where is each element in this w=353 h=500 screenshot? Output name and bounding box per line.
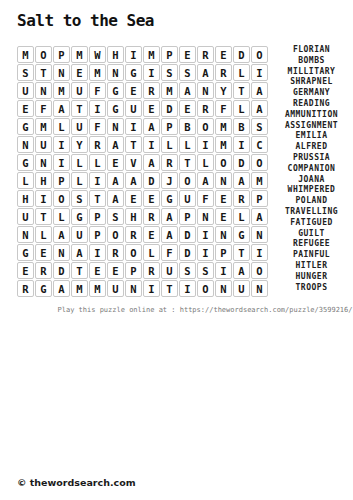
grid-cell-r10c9: A — [161, 208, 178, 225]
word-list-item: SHRAPNEL — [270, 77, 353, 88]
grid-cell-r6c8: I — [143, 136, 160, 153]
page: Salt to the Sea MOPMWHIMPEREDOSTNEMNGISS… — [0, 0, 353, 500]
grid-cell-r2c9: S — [161, 64, 178, 81]
word-list-item: AMMUNITION — [270, 110, 353, 121]
grid-cell-r7c9: R — [161, 154, 178, 171]
grid-cell-r5c5: F — [89, 118, 106, 135]
grid-cell-r8c1: L — [17, 172, 34, 189]
grid-cell-r5c2: M — [35, 118, 52, 135]
grid-cell-r1c5: W — [89, 46, 106, 63]
grid-cell-r14c5: M — [89, 280, 106, 297]
play-online-text: Play this puzzle online at : https://the… — [57, 306, 353, 314]
grid-cell-r13c12: I — [215, 262, 232, 279]
grid-cell-r2c4: E — [71, 64, 88, 81]
word-list-item: JOANA — [270, 175, 353, 186]
grid-cell-r12c5: I — [89, 244, 106, 261]
grid-cell-r2c7: G — [125, 64, 142, 81]
grid-cell-r3c12: Y — [215, 82, 232, 99]
grid-cell-r11c2: L — [35, 226, 52, 243]
word-list-item: READING — [270, 99, 353, 110]
grid-cell-r9c9: G — [161, 190, 178, 207]
grid-cell-r9c14: P — [251, 190, 268, 207]
grid-cell-r4c8: E — [143, 100, 160, 117]
grid-cell-r5c6: N — [107, 118, 124, 135]
grid-cell-r6c14: C — [251, 136, 268, 153]
grid-cell-r6c3: I — [53, 136, 70, 153]
word-list-item: ASSIGNMENT — [270, 121, 353, 132]
grid-cell-r3c6: G — [107, 82, 124, 99]
grid-cell-r14c7: N — [125, 280, 142, 297]
grid-cell-r5c13: B — [233, 118, 250, 135]
grid-cell-r8c7: A — [125, 172, 142, 189]
grid-cell-r10c10: P — [179, 208, 196, 225]
grid-cell-r12c3: N — [53, 244, 70, 261]
grid-cell-r1c12: E — [215, 46, 232, 63]
grid-cell-r12c8: L — [143, 244, 160, 261]
grid-cell-r2c13: L — [233, 64, 250, 81]
grid-cell-r7c11: L — [197, 154, 214, 171]
grid-cell-r10c11: N — [197, 208, 214, 225]
grid-cell-r4c3: A — [53, 100, 70, 117]
grid-cell-r2c14: I — [251, 64, 268, 81]
grid-cell-r7c5: L — [89, 154, 106, 171]
grid-cell-r6c1: N — [17, 136, 34, 153]
grid-cell-r13c14: O — [251, 262, 268, 279]
grid-cell-r12c4: A — [71, 244, 88, 261]
grid-cell-r14c3: A — [53, 280, 70, 297]
grid-cell-r10c6: S — [107, 208, 124, 225]
grid-cell-r5c10: B — [179, 118, 196, 135]
grid-cell-r11c3: A — [53, 226, 70, 243]
grid-cell-r13c4: T — [71, 262, 88, 279]
grid-cell-r8c4: L — [71, 172, 88, 189]
word-list-item: PRUSSIA — [270, 153, 353, 164]
grid-cell-r11c6: O — [107, 226, 124, 243]
grid-cell-r7c2: N — [35, 154, 52, 171]
grid-cell-r12c12: P — [215, 244, 232, 261]
grid-cell-r7c8: A — [143, 154, 160, 171]
word-list-item: POLAND — [270, 196, 353, 207]
word-list-item: HITLER — [270, 261, 353, 272]
grid-cell-r6c12: M — [215, 136, 232, 153]
grid-cell-r12c2: E — [35, 244, 52, 261]
grid-cell-r12c10: D — [179, 244, 196, 261]
grid-cell-r2c5: M — [89, 64, 106, 81]
grid-cell-r12c14: I — [251, 244, 268, 261]
grid-cell-r13c11: S — [197, 262, 214, 279]
grid-cell-r14c2: G — [35, 280, 52, 297]
grid-cell-r8c6: A — [107, 172, 124, 189]
grid-cell-r13c9: U — [161, 262, 178, 279]
grid-cell-r4c6: G — [107, 100, 124, 117]
grid-cell-r11c12: N — [215, 226, 232, 243]
grid-cell-r2c2: T — [35, 64, 52, 81]
grid-cell-r1c8: M — [143, 46, 160, 63]
grid-cell-r2c12: R — [215, 64, 232, 81]
grid-cell-r14c1: R — [17, 280, 34, 297]
grid-cell-r6c2: U — [35, 136, 52, 153]
grid-cell-r8c3: P — [53, 172, 70, 189]
grid-cell-r7c7: V — [125, 154, 142, 171]
grid-cell-r3c10: A — [179, 82, 196, 99]
grid-cell-r13c7: P — [125, 262, 142, 279]
grid-cell-r6c9: L — [161, 136, 178, 153]
word-list-item: TROOPS — [270, 283, 353, 294]
grid-cell-r13c6: E — [107, 262, 124, 279]
grid-cell-r8c2: H — [35, 172, 52, 189]
grid-cell-r10c1: U — [17, 208, 34, 225]
grid-cell-r11c7: R — [125, 226, 142, 243]
grid-cell-r9c2: I — [35, 190, 52, 207]
grid-cell-r11c9: A — [161, 226, 178, 243]
grid-cell-r1c14: O — [251, 46, 268, 63]
grid-cell-r2c10: S — [179, 64, 196, 81]
grid-cell-r13c13: A — [233, 262, 250, 279]
grid-cell-r5c1: G — [17, 118, 34, 135]
grid-cell-r4c10: E — [179, 100, 196, 117]
grid-cell-r14c13: U — [233, 280, 250, 297]
grid-cell-r6c13: I — [233, 136, 250, 153]
grid-cell-r5c11: O — [197, 118, 214, 135]
grid-cell-r3c5: F — [89, 82, 106, 99]
word-list-item: COMPANION — [270, 164, 353, 175]
grid-cell-r4c12: F — [215, 100, 232, 117]
grid-cell-r2c3: N — [53, 64, 70, 81]
grid-cell-r9c11: F — [197, 190, 214, 207]
grid-cell-r4c11: R — [197, 100, 214, 117]
grid-cell-r4c13: L — [233, 100, 250, 117]
grid-cell-r10c8: R — [143, 208, 160, 225]
word-list-item: HUNGER — [270, 272, 353, 283]
grid-cell-r1c11: R — [197, 46, 214, 63]
grid-cell-r5c8: A — [143, 118, 160, 135]
grid-cell-r1c6: H — [107, 46, 124, 63]
grid-cell-r3c13: T — [233, 82, 250, 99]
grid-cell-r12c13: T — [233, 244, 250, 261]
grid-cell-r7c13: D — [233, 154, 250, 171]
grid-cell-r9c3: O — [53, 190, 70, 207]
grid-cell-r14c14: N — [251, 280, 268, 297]
grid-cell-r1c9: P — [161, 46, 178, 63]
grid-cell-r14c12: N — [215, 280, 232, 297]
grid-cell-r7c12: O — [215, 154, 232, 171]
grid-cell-r14c8: I — [143, 280, 160, 297]
grid-cell-r4c2: F — [35, 100, 52, 117]
grid-cell-r7c4: L — [71, 154, 88, 171]
grid-cell-r4c14: A — [251, 100, 268, 117]
grid-cell-r6c5: R — [89, 136, 106, 153]
grid-cell-r1c13: D — [233, 46, 250, 63]
word-list-item: WHIMPERED — [270, 185, 353, 196]
grid-cell-r12c6: R — [107, 244, 124, 261]
grid-cell-r11c5: P — [89, 226, 106, 243]
grid-cell-r9c1: H — [17, 190, 34, 207]
grid-cell-r1c4: M — [71, 46, 88, 63]
grid-cell-r8c13: A — [233, 172, 250, 189]
word-list: FLORIANBOMBSMILLITARYSHRAPNELGERMANYREAD… — [270, 45, 353, 293]
grid-cell-r6c10: L — [179, 136, 196, 153]
grid-cell-r8c8: D — [143, 172, 160, 189]
grid-cell-r7c6: E — [107, 154, 124, 171]
word-search-grid: MOPMWHIMPEREDOSTNEMNGISSARLIUNMUFGERMANY… — [17, 46, 268, 297]
grid-cell-r10c13: L — [233, 208, 250, 225]
grid-cell-r13c2: R — [35, 262, 52, 279]
grid-cell-r3c2: N — [35, 82, 52, 99]
grid-cell-r1c10: E — [179, 46, 196, 63]
grid-cell-r9c13: R — [233, 190, 250, 207]
grid-cell-r5c7: I — [125, 118, 142, 135]
grid-cell-r9c5: T — [89, 190, 106, 207]
grid-cell-r3c1: U — [17, 82, 34, 99]
grid-cell-r8c10: O — [179, 172, 196, 189]
grid-cell-r13c3: D — [53, 262, 70, 279]
word-list-item: FLORIAN — [270, 45, 353, 56]
grid-cell-r4c5: I — [89, 100, 106, 117]
grid-cell-r8c12: N — [215, 172, 232, 189]
grid-cell-r14c11: O — [197, 280, 214, 297]
grid-cell-r14c4: M — [71, 280, 88, 297]
grid-cell-r14c9: T — [161, 280, 178, 297]
word-list-item: ALFRED — [270, 142, 353, 153]
grid-cell-r12c7: O — [125, 244, 142, 261]
grid-cell-r10c5: P — [89, 208, 106, 225]
word-list-item: BOMBS — [270, 56, 353, 67]
grid-cell-r10c14: A — [251, 208, 268, 225]
grid-cell-r9c4: S — [71, 190, 88, 207]
grid-cell-r2c1: S — [17, 64, 34, 81]
grid-cell-r13c10: S — [179, 262, 196, 279]
grid-cell-r9c12: E — [215, 190, 232, 207]
grid-cell-r11c14: N — [251, 226, 268, 243]
grid-cell-r4c9: D — [161, 100, 178, 117]
grid-cell-r13c5: E — [89, 262, 106, 279]
grid-cell-r12c1: G — [17, 244, 34, 261]
grid-cell-r1c2: O — [35, 46, 52, 63]
grid-cell-r3c14: A — [251, 82, 268, 99]
grid-cell-r13c8: R — [143, 262, 160, 279]
grid-cell-r6c11: I — [197, 136, 214, 153]
grid-cell-r7c1: G — [17, 154, 34, 171]
puzzle-title: Salt to the Sea — [17, 11, 154, 30]
grid-cell-r14c6: U — [107, 280, 124, 297]
grid-cell-r8c5: I — [89, 172, 106, 189]
word-list-item: REFUGEE — [270, 239, 353, 250]
grid-cell-r14c10: I — [179, 280, 196, 297]
word-list-item: PAINFUL — [270, 250, 353, 261]
grid-cell-r2c8: I — [143, 64, 160, 81]
grid-cell-r5c4: U — [71, 118, 88, 135]
grid-cell-r12c9: F — [161, 244, 178, 261]
grid-cell-r3c3: M — [53, 82, 70, 99]
grid-cell-r5c9: P — [161, 118, 178, 135]
grid-cell-r3c8: R — [143, 82, 160, 99]
grid-cell-r8c11: A — [197, 172, 214, 189]
grid-cell-r7c14: O — [251, 154, 268, 171]
grid-cell-r9c6: A — [107, 190, 124, 207]
grid-cell-r8c9: J — [161, 172, 178, 189]
grid-cell-r6c6: A — [107, 136, 124, 153]
grid-cell-r6c7: T — [125, 136, 142, 153]
grid-cell-r11c1: N — [17, 226, 34, 243]
grid-cell-r3c4: U — [71, 82, 88, 99]
word-list-item: MILLITARY — [270, 67, 353, 78]
grid-cell-r4c7: U — [125, 100, 142, 117]
grid-cell-r11c11: I — [197, 226, 214, 243]
grid-cell-r2c6: N — [107, 64, 124, 81]
grid-cell-r5c3: L — [53, 118, 70, 135]
word-list-item: GERMANY — [270, 88, 353, 99]
grid-cell-r9c7: E — [125, 190, 142, 207]
grid-cell-r6c4: Y — [71, 136, 88, 153]
word-list-item: GUILT — [270, 229, 353, 240]
grid-cell-r10c4: G — [71, 208, 88, 225]
grid-cell-r11c10: D — [179, 226, 196, 243]
copyright-text: © thewordsearch.com — [17, 477, 136, 488]
grid-cell-r2c11: A — [197, 64, 214, 81]
grid-cell-r10c2: T — [35, 208, 52, 225]
grid-cell-r10c7: H — [125, 208, 142, 225]
grid-cell-r7c10: T — [179, 154, 196, 171]
grid-cell-r3c9: M — [161, 82, 178, 99]
grid-cell-r11c8: E — [143, 226, 160, 243]
grid-cell-r5c14: S — [251, 118, 268, 135]
grid-cell-r7c3: I — [53, 154, 70, 171]
grid-cell-r9c8: E — [143, 190, 160, 207]
grid-cell-r12c11: I — [197, 244, 214, 261]
grid-cell-r1c1: M — [17, 46, 34, 63]
grid-cell-r5c12: M — [215, 118, 232, 135]
grid-cell-r3c7: E — [125, 82, 142, 99]
grid-cell-r1c7: I — [125, 46, 142, 63]
grid-cell-r11c13: G — [233, 226, 250, 243]
grid-cell-r1c3: P — [53, 46, 70, 63]
grid-cell-r3c11: N — [197, 82, 214, 99]
grid-cell-r11c4: U — [71, 226, 88, 243]
grid-cell-r10c3: L — [53, 208, 70, 225]
word-list-item: TRAVELLING — [270, 207, 353, 218]
grid-cell-r4c4: T — [71, 100, 88, 117]
grid-cell-r10c12: E — [215, 208, 232, 225]
grid-cell-r8c14: M — [251, 172, 268, 189]
grid-cell-r9c10: U — [179, 190, 196, 207]
word-list-item: FATIGUED — [270, 218, 353, 229]
word-list-item: EMILIA — [270, 131, 353, 142]
grid-cell-r4c1: E — [17, 100, 34, 117]
grid-cell-r13c1: E — [17, 262, 34, 279]
